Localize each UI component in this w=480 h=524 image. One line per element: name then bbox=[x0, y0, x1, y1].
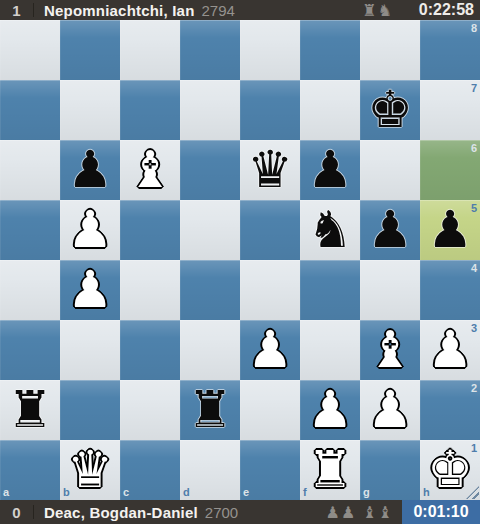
score-divider bbox=[33, 3, 34, 17]
file-label-e: e bbox=[243, 487, 249, 498]
square-c5[interactable] bbox=[120, 200, 180, 260]
square-g3[interactable]: ♝ bbox=[360, 320, 420, 380]
square-b7[interactable] bbox=[60, 80, 120, 140]
square-g2[interactable]: ♟ bbox=[360, 380, 420, 440]
square-a8[interactable] bbox=[0, 20, 60, 80]
file-label-d: d bbox=[183, 487, 190, 498]
bottom-player-bar: 0 Deac, Bogdan-Daniel 2700 ♟♟ ♝♝ 0:01:10 bbox=[0, 500, 480, 524]
rank-label-3: 3 bbox=[471, 323, 477, 334]
rank-label-8: 8 bbox=[471, 23, 477, 34]
square-g5[interactable]: ♟ bbox=[360, 200, 420, 260]
square-a4[interactable] bbox=[0, 260, 60, 320]
chess-broadcast-app: 1 Nepomniachtchi, Ian 2794 ♜♞ 0:22:58 8♚… bbox=[0, 0, 480, 524]
file-label-b: b bbox=[63, 487, 70, 498]
square-f3[interactable] bbox=[300, 320, 360, 380]
square-b2[interactable] bbox=[60, 380, 120, 440]
file-label-a: a bbox=[3, 487, 9, 498]
bottom-player-clock: 0:01:10 bbox=[402, 500, 480, 524]
square-b8[interactable] bbox=[60, 20, 120, 80]
square-h8[interactable]: 8 bbox=[420, 20, 480, 80]
square-a5[interactable] bbox=[0, 200, 60, 260]
square-b6[interactable]: ♟ bbox=[60, 140, 120, 200]
square-c3[interactable] bbox=[120, 320, 180, 380]
square-a7[interactable] bbox=[0, 80, 60, 140]
top-player-bar: 1 Nepomniachtchi, Ian 2794 ♜♞ 0:22:58 bbox=[0, 0, 480, 20]
bottom-player-score: 0 bbox=[0, 504, 33, 521]
square-h3[interactable]: 3♟ bbox=[420, 320, 480, 380]
square-e7[interactable] bbox=[240, 80, 300, 140]
file-label-c: c bbox=[123, 487, 129, 498]
square-a3[interactable] bbox=[0, 320, 60, 380]
bottom-player-rating: 2700 bbox=[205, 504, 238, 521]
piece-black-king[interactable]: ♚ bbox=[360, 80, 420, 140]
piece-black-rook[interactable]: ♜ bbox=[180, 380, 240, 440]
square-c7[interactable] bbox=[120, 80, 180, 140]
rank-label-4: 4 bbox=[471, 263, 477, 274]
square-f7[interactable] bbox=[300, 80, 360, 140]
square-f6[interactable]: ♟ bbox=[300, 140, 360, 200]
square-f1[interactable]: f♜ bbox=[300, 440, 360, 500]
square-b5[interactable]: ♟ bbox=[60, 200, 120, 260]
rank-label-7: 7 bbox=[471, 83, 477, 94]
square-h5[interactable]: 5♟ bbox=[420, 200, 480, 260]
chess-board: 8♚7♟♝♛♟6♟♞♟5♟♟4♟♝3♟♜♜♟♟2ab♛cdef♜g1h♚ bbox=[0, 20, 480, 500]
piece-black-rook[interactable]: ♜ bbox=[0, 380, 60, 440]
square-f4[interactable] bbox=[300, 260, 360, 320]
top-player-captured-pieces-icons: ♜♞ bbox=[362, 1, 393, 20]
square-b4[interactable]: ♟ bbox=[60, 260, 120, 320]
square-f5[interactable]: ♞ bbox=[300, 200, 360, 260]
square-f8[interactable] bbox=[300, 20, 360, 80]
top-player-rating: 2794 bbox=[202, 2, 235, 19]
piece-white-bishop[interactable]: ♝ bbox=[360, 320, 420, 380]
square-h4[interactable]: 4 bbox=[420, 260, 480, 320]
file-label-f: f bbox=[303, 487, 307, 498]
piece-white-pawn[interactable]: ♟ bbox=[60, 200, 120, 260]
score-divider bbox=[33, 505, 34, 519]
rank-label-1: 1 bbox=[471, 443, 477, 454]
square-d5[interactable] bbox=[180, 200, 240, 260]
square-d2[interactable]: ♜ bbox=[180, 380, 240, 440]
square-h1[interactable]: 1h♚ bbox=[420, 440, 480, 500]
file-label-h: h bbox=[423, 487, 430, 498]
piece-white-bishop[interactable]: ♝ bbox=[120, 140, 180, 200]
square-h2[interactable]: 2 bbox=[420, 380, 480, 440]
piece-white-rook[interactable]: ♜ bbox=[300, 440, 360, 500]
piece-white-pawn[interactable]: ♟ bbox=[240, 320, 300, 380]
square-e2[interactable] bbox=[240, 380, 300, 440]
square-e6[interactable]: ♛ bbox=[240, 140, 300, 200]
piece-white-pawn[interactable]: ♟ bbox=[360, 380, 420, 440]
square-b1[interactable]: b♛ bbox=[60, 440, 120, 500]
top-player-score: 1 bbox=[0, 2, 33, 19]
square-c6[interactable]: ♝ bbox=[120, 140, 180, 200]
rank-label-2: 2 bbox=[471, 383, 477, 394]
piece-black-pawn[interactable]: ♟ bbox=[60, 140, 120, 200]
piece-black-knight[interactable]: ♞ bbox=[300, 200, 360, 260]
square-h6[interactable]: 6 bbox=[420, 140, 480, 200]
square-d4[interactable] bbox=[180, 260, 240, 320]
piece-white-pawn[interactable]: ♟ bbox=[60, 260, 120, 320]
square-h7[interactable]: 7 bbox=[420, 80, 480, 140]
square-d3[interactable] bbox=[180, 320, 240, 380]
square-e1[interactable]: e bbox=[240, 440, 300, 500]
square-e4[interactable] bbox=[240, 260, 300, 320]
piece-black-pawn[interactable]: ♟ bbox=[300, 140, 360, 200]
square-f2[interactable]: ♟ bbox=[300, 380, 360, 440]
top-player-name[interactable]: Nepomniachtchi, Ian bbox=[44, 2, 195, 19]
square-a1[interactable]: a bbox=[0, 440, 60, 500]
piece-black-pawn[interactable]: ♟ bbox=[360, 200, 420, 260]
rank-label-6: 6 bbox=[471, 143, 477, 154]
piece-white-pawn[interactable]: ♟ bbox=[300, 380, 360, 440]
square-g1[interactable]: g bbox=[360, 440, 420, 500]
square-e5[interactable] bbox=[240, 200, 300, 260]
square-c2[interactable] bbox=[120, 380, 180, 440]
bottom-player-captured-pieces-icons: ♟♟ ♝♝ bbox=[326, 503, 393, 522]
square-g6[interactable] bbox=[360, 140, 420, 200]
square-e3[interactable]: ♟ bbox=[240, 320, 300, 380]
square-c1[interactable]: c bbox=[120, 440, 180, 500]
square-d1[interactable]: d bbox=[180, 440, 240, 500]
square-d8[interactable] bbox=[180, 20, 240, 80]
square-c8[interactable] bbox=[120, 20, 180, 80]
square-a6[interactable] bbox=[0, 140, 60, 200]
square-e8[interactable] bbox=[240, 20, 300, 80]
rank-label-5: 5 bbox=[471, 203, 477, 214]
top-player-clock: 0:22:58 bbox=[402, 0, 480, 20]
square-b3[interactable] bbox=[60, 320, 120, 380]
square-g4[interactable] bbox=[360, 260, 420, 320]
square-g7[interactable]: ♚ bbox=[360, 80, 420, 140]
square-d7[interactable] bbox=[180, 80, 240, 140]
square-d6[interactable] bbox=[180, 140, 240, 200]
square-c4[interactable] bbox=[120, 260, 180, 320]
piece-black-queen[interactable]: ♛ bbox=[240, 140, 300, 200]
square-g8[interactable] bbox=[360, 20, 420, 80]
square-a2[interactable]: ♜ bbox=[0, 380, 60, 440]
bottom-player-name[interactable]: Deac, Bogdan-Daniel bbox=[44, 504, 198, 521]
file-label-g: g bbox=[363, 487, 370, 498]
